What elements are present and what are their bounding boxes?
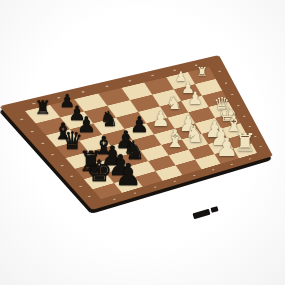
chess-board-photo: ♜♟♟♟♟♞♛♜♟♚♟♞♝♟♟♟♟♝♞♟♝♟♛♜♝♟♞♟♜♟♚♟ [0, 0, 285, 285]
chess-piece-white-knight: ♞ [185, 123, 206, 146]
chess-piece-white-rook: ♜ [196, 65, 207, 77]
chess-piece-white-bishop: ♝ [164, 128, 186, 152]
chess-piece-black-rook: ♜ [34, 99, 51, 118]
chess-piece-black-king: ♚ [86, 157, 112, 186]
chess-piece-black-pawn: ♟ [115, 160, 142, 190]
chess-piece-white-pawn: ♟ [215, 135, 238, 160]
piece-layer: ♜♟♟♟♟♞♛♜♟♚♟♞♝♟♟♟♟♝♞♟♝♟♛♜♝♟♞♟♜♟♚♟ [0, 0, 285, 285]
chess-piece-white-pawn: ♟ [187, 90, 202, 107]
